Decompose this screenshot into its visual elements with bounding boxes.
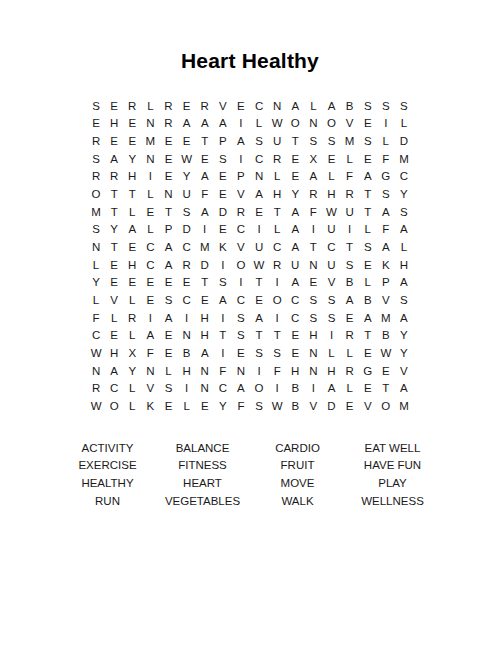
grid-cell[interactable]: E [359, 380, 377, 398]
grid-cell[interactable]: A [178, 115, 196, 133]
grid-cell[interactable]: S [359, 97, 377, 115]
grid-cell[interactable]: T [105, 238, 123, 256]
grid-cell[interactable]: N [304, 362, 322, 380]
grid-cell[interactable]: I [304, 380, 322, 398]
grid-cell[interactable]: I [141, 309, 159, 327]
grid-cell[interactable]: N [304, 256, 322, 274]
grid-cell[interactable]: E [159, 344, 177, 362]
grid-cell[interactable]: V [141, 380, 159, 398]
grid-cell[interactable]: U [178, 185, 196, 203]
grid-cell[interactable]: C [105, 380, 123, 398]
grid-cell[interactable]: E [359, 115, 377, 133]
grid-cell[interactable]: R [196, 97, 214, 115]
grid-cell[interactable]: L [359, 221, 377, 239]
grid-cell[interactable]: P [214, 132, 232, 150]
grid-cell[interactable]: H [178, 362, 196, 380]
grid-cell[interactable]: S [359, 132, 377, 150]
grid-cell[interactable]: H [268, 185, 286, 203]
grid-cell[interactable]: B [178, 344, 196, 362]
grid-cell[interactable]: E [214, 221, 232, 239]
grid-cell[interactable]: V [214, 97, 232, 115]
grid-cell[interactable]: A [232, 380, 250, 398]
grid-cell[interactable]: S [322, 291, 340, 309]
grid-cell[interactable]: A [159, 238, 177, 256]
grid-cell[interactable]: A [250, 185, 268, 203]
grid-cell[interactable]: E [304, 274, 322, 292]
grid-cell[interactable]: L [105, 309, 123, 327]
grid-cell[interactable]: W [268, 115, 286, 133]
grid-cell[interactable]: A [196, 203, 214, 221]
grid-cell[interactable]: I [196, 221, 214, 239]
grid-cell[interactable]: E [196, 397, 214, 415]
grid-cell[interactable]: C [178, 291, 196, 309]
grid-cell[interactable]: E [214, 185, 232, 203]
grid-cell[interactable]: L [87, 291, 105, 309]
grid-cell[interactable]: C [232, 291, 250, 309]
grid-cell[interactable]: V [105, 291, 123, 309]
grid-cell[interactable]: S [214, 150, 232, 168]
grid-cell[interactable]: A [105, 362, 123, 380]
grid-cell[interactable]: V [377, 291, 395, 309]
grid-cell[interactable]: S [159, 291, 177, 309]
grid-cell[interactable]: C [232, 221, 250, 239]
grid-cell[interactable]: S [214, 274, 232, 292]
grid-cell[interactable]: T [214, 327, 232, 345]
grid-cell[interactable]: A [196, 115, 214, 133]
grid-cell[interactable]: A [123, 221, 141, 239]
grid-cell[interactable]: E [105, 97, 123, 115]
grid-cell[interactable]: Y [395, 344, 413, 362]
grid-cell[interactable]: S [377, 185, 395, 203]
grid-cell[interactable]: R [341, 362, 359, 380]
grid-cell[interactable]: N [304, 344, 322, 362]
grid-cell[interactable]: N [141, 362, 159, 380]
grid-cell[interactable]: I [377, 115, 395, 133]
grid-cell[interactable]: E [196, 291, 214, 309]
grid-cell[interactable]: E [286, 327, 304, 345]
grid-cell[interactable]: C [214, 380, 232, 398]
grid-cell[interactable]: U [268, 132, 286, 150]
grid-cell[interactable]: Y [123, 150, 141, 168]
grid-cell[interactable]: T [359, 203, 377, 221]
grid-cell[interactable]: V [304, 397, 322, 415]
grid-cell[interactable]: L [268, 168, 286, 186]
grid-cell[interactable]: L [341, 150, 359, 168]
grid-cell[interactable]: A [286, 221, 304, 239]
grid-cell[interactable]: I [304, 221, 322, 239]
grid-cell[interactable]: B [286, 397, 304, 415]
grid-cell[interactable]: N [196, 380, 214, 398]
grid-cell[interactable]: I [322, 327, 340, 345]
grid-cell[interactable]: F [196, 185, 214, 203]
grid-cell[interactable]: N [87, 362, 105, 380]
grid-cell[interactable]: S [304, 291, 322, 309]
grid-cell[interactable]: L [322, 344, 340, 362]
grid-cell[interactable]: S [304, 309, 322, 327]
grid-cell[interactable]: I [341, 221, 359, 239]
grid-cell[interactable]: H [105, 344, 123, 362]
grid-cell[interactable]: B [377, 327, 395, 345]
grid-cell[interactable]: C [395, 168, 413, 186]
grid-cell[interactable]: N [196, 362, 214, 380]
grid-cell[interactable]: H [105, 115, 123, 133]
grid-cell[interactable]: W [250, 256, 268, 274]
grid-cell[interactable]: V [395, 362, 413, 380]
grid-cell[interactable]: S [250, 132, 268, 150]
grid-cell[interactable]: A [377, 238, 395, 256]
grid-cell[interactable]: T [341, 238, 359, 256]
grid-cell[interactable]: L [250, 115, 268, 133]
grid-cell[interactable]: H [304, 327, 322, 345]
grid-cell[interactable]: T [286, 132, 304, 150]
grid-cell[interactable]: A [286, 203, 304, 221]
grid-cell[interactable]: F [341, 168, 359, 186]
grid-cell[interactable]: T [304, 238, 322, 256]
grid-cell[interactable]: K [377, 256, 395, 274]
grid-cell[interactable]: N [87, 238, 105, 256]
grid-cell[interactable]: L [141, 221, 159, 239]
grid-cell[interactable]: L [322, 168, 340, 186]
grid-cell[interactable]: S [232, 327, 250, 345]
grid-cell[interactable]: E [159, 168, 177, 186]
grid-cell[interactable]: R [105, 168, 123, 186]
grid-cell[interactable]: E [159, 274, 177, 292]
grid-cell[interactable]: A [250, 309, 268, 327]
grid-cell[interactable]: M [141, 132, 159, 150]
grid-cell[interactable]: D [196, 256, 214, 274]
grid-cell[interactable]: L [123, 291, 141, 309]
grid-cell[interactable]: A [159, 256, 177, 274]
grid-cell[interactable]: R [232, 203, 250, 221]
grid-cell[interactable]: U [322, 221, 340, 239]
grid-cell[interactable]: Y [286, 185, 304, 203]
grid-cell[interactable]: D [214, 203, 232, 221]
grid-cell[interactable]: A [232, 132, 250, 150]
grid-cell[interactable]: E [341, 309, 359, 327]
grid-cell[interactable]: Y [395, 185, 413, 203]
grid-cell[interactable]: N [141, 150, 159, 168]
grid-cell[interactable]: L [304, 97, 322, 115]
grid-cell[interactable]: P [232, 168, 250, 186]
grid-cell[interactable]: H [322, 185, 340, 203]
grid-cell[interactable]: I [268, 380, 286, 398]
grid-cell[interactable]: F [377, 221, 395, 239]
grid-cell[interactable]: L [87, 256, 105, 274]
grid-cell[interactable]: E [232, 97, 250, 115]
grid-cell[interactable]: U [341, 203, 359, 221]
grid-cell[interactable]: E [105, 327, 123, 345]
grid-cell[interactable]: R [341, 327, 359, 345]
grid-cell[interactable]: T [250, 274, 268, 292]
grid-cell[interactable]: A [322, 380, 340, 398]
grid-cell[interactable]: A [286, 97, 304, 115]
grid-cell[interactable]: N [304, 115, 322, 133]
grid-cell[interactable]: A [214, 291, 232, 309]
grid-cell[interactable]: I [232, 150, 250, 168]
grid-cell[interactable]: E [377, 362, 395, 380]
grid-cell[interactable]: I [214, 309, 232, 327]
grid-cell[interactable]: R [87, 132, 105, 150]
grid-cell[interactable]: B [341, 274, 359, 292]
grid-cell[interactable]: O [286, 115, 304, 133]
grid-cell[interactable]: X [123, 344, 141, 362]
grid-cell[interactable]: F [214, 362, 232, 380]
grid-cell[interactable]: T [105, 203, 123, 221]
grid-cell[interactable]: E [178, 97, 196, 115]
grid-cell[interactable]: L [341, 344, 359, 362]
grid-cell[interactable]: E [123, 115, 141, 133]
grid-cell[interactable]: I [250, 362, 268, 380]
grid-cell[interactable]: R [159, 115, 177, 133]
grid-cell[interactable]: I [178, 380, 196, 398]
grid-cell[interactable]: G [377, 168, 395, 186]
grid-cell[interactable]: K [214, 238, 232, 256]
grid-cell[interactable]: E [250, 291, 268, 309]
grid-cell[interactable]: A [359, 168, 377, 186]
grid-cell[interactable]: A [395, 380, 413, 398]
grid-cell[interactable]: E [159, 150, 177, 168]
grid-cell[interactable]: S [377, 97, 395, 115]
grid-cell[interactable]: U [250, 238, 268, 256]
grid-cell[interactable]: L [141, 97, 159, 115]
grid-cell[interactable]: V [341, 115, 359, 133]
grid-cell[interactable]: I [250, 221, 268, 239]
grid-cell[interactable]: I [232, 115, 250, 133]
grid-cell[interactable]: X [304, 150, 322, 168]
grid-cell[interactable]: P [159, 221, 177, 239]
grid-cell[interactable]: T [196, 132, 214, 150]
grid-cell[interactable]: A [196, 168, 214, 186]
grid-cell[interactable]: E [123, 132, 141, 150]
grid-cell[interactable]: L [141, 185, 159, 203]
grid-cell[interactable]: T [123, 185, 141, 203]
grid-cell[interactable]: S [395, 291, 413, 309]
grid-cell[interactable]: S [341, 256, 359, 274]
grid-cell[interactable]: R [268, 256, 286, 274]
grid-cell[interactable]: C [250, 150, 268, 168]
grid-cell[interactable]: A [196, 344, 214, 362]
grid-cell[interactable]: Y [395, 327, 413, 345]
grid-cell[interactable]: E [123, 238, 141, 256]
grid-cell[interactable]: E [322, 150, 340, 168]
grid-cell[interactable]: L [178, 397, 196, 415]
grid-cell[interactable]: E [359, 150, 377, 168]
grid-cell[interactable]: C [141, 256, 159, 274]
grid-cell[interactable]: W [322, 203, 340, 221]
grid-cell[interactable]: S [322, 132, 340, 150]
grid-cell[interactable]: R [123, 97, 141, 115]
grid-cell[interactable]: T [268, 203, 286, 221]
grid-cell[interactable]: E [105, 132, 123, 150]
grid-cell[interactable]: F [268, 362, 286, 380]
grid-cell[interactable]: F [377, 150, 395, 168]
grid-cell[interactable]: B [286, 380, 304, 398]
grid-cell[interactable]: A [359, 309, 377, 327]
grid-cell[interactable]: E [105, 256, 123, 274]
grid-cell[interactable]: L [123, 327, 141, 345]
grid-cell[interactable]: Y [178, 168, 196, 186]
grid-cell[interactable]: O [87, 185, 105, 203]
grid-cell[interactable]: C [178, 238, 196, 256]
grid-cell[interactable]: N [232, 362, 250, 380]
grid-cell[interactable]: C [87, 327, 105, 345]
grid-cell[interactable]: D [395, 132, 413, 150]
grid-cell[interactable]: O [322, 115, 340, 133]
grid-cell[interactable]: V [322, 274, 340, 292]
grid-cell[interactable]: A [214, 115, 232, 133]
grid-cell[interactable]: F [87, 309, 105, 327]
grid-cell[interactable]: H [123, 256, 141, 274]
grid-cell[interactable]: E [105, 274, 123, 292]
grid-cell[interactable]: H [322, 362, 340, 380]
grid-cell[interactable]: S [395, 203, 413, 221]
grid-cell[interactable]: H [395, 256, 413, 274]
grid-cell[interactable]: E [196, 150, 214, 168]
grid-cell[interactable]: I [268, 309, 286, 327]
grid-cell[interactable]: A [322, 97, 340, 115]
grid-cell[interactable]: A [304, 168, 322, 186]
grid-cell[interactable]: O [232, 256, 250, 274]
grid-cell[interactable]: C [268, 238, 286, 256]
grid-cell[interactable]: E [178, 274, 196, 292]
grid-cell[interactable]: V [359, 397, 377, 415]
grid-cell[interactable]: V [232, 238, 250, 256]
grid-cell[interactable]: Y [123, 362, 141, 380]
grid-cell[interactable]: A [286, 238, 304, 256]
grid-cell[interactable]: S [395, 97, 413, 115]
grid-cell[interactable]: S [322, 309, 340, 327]
grid-cell[interactable]: W [178, 150, 196, 168]
grid-cell[interactable]: R [341, 185, 359, 203]
grid-cell[interactable]: H [196, 309, 214, 327]
grid-cell[interactable]: Y [214, 397, 232, 415]
grid-cell[interactable]: A [395, 221, 413, 239]
grid-cell[interactable]: S [359, 238, 377, 256]
grid-cell[interactable]: H [286, 362, 304, 380]
grid-cell[interactable]: F [304, 203, 322, 221]
grid-cell[interactable]: O [268, 291, 286, 309]
grid-cell[interactable]: A [159, 309, 177, 327]
grid-cell[interactable]: O [105, 397, 123, 415]
grid-cell[interactable]: E [232, 344, 250, 362]
grid-cell[interactable]: N [178, 327, 196, 345]
grid-cell[interactable]: T [268, 327, 286, 345]
grid-cell[interactable]: A [341, 291, 359, 309]
grid-cell[interactable]: C [250, 97, 268, 115]
grid-cell[interactable]: E [159, 132, 177, 150]
grid-cell[interactable]: L [341, 380, 359, 398]
grid-cell[interactable]: S [304, 132, 322, 150]
grid-cell[interactable]: U [322, 256, 340, 274]
grid-cell[interactable]: F [232, 397, 250, 415]
grid-cell[interactable]: T [250, 327, 268, 345]
grid-cell[interactable]: Y [105, 221, 123, 239]
grid-cell[interactable]: L [395, 115, 413, 133]
grid-cell[interactable]: B [359, 291, 377, 309]
grid-cell[interactable]: E [87, 115, 105, 133]
grid-cell[interactable]: L [359, 274, 377, 292]
grid-cell[interactable]: S [87, 150, 105, 168]
grid-cell[interactable]: M [196, 238, 214, 256]
grid-cell[interactable]: E [178, 132, 196, 150]
grid-cell[interactable]: Y [87, 274, 105, 292]
grid-cell[interactable]: S [250, 397, 268, 415]
grid-cell[interactable]: R [268, 150, 286, 168]
grid-cell[interactable]: M [341, 132, 359, 150]
grid-cell[interactable]: M [395, 397, 413, 415]
grid-cell[interactable]: I [214, 344, 232, 362]
grid-cell[interactable]: W [268, 397, 286, 415]
grid-cell[interactable]: A [105, 150, 123, 168]
grid-cell[interactable]: O [377, 397, 395, 415]
grid-cell[interactable]: B [341, 97, 359, 115]
grid-cell[interactable]: E [159, 397, 177, 415]
grid-cell[interactable]: V [232, 185, 250, 203]
grid-cell[interactable]: L [268, 221, 286, 239]
grid-cell[interactable]: T [159, 203, 177, 221]
grid-cell[interactable]: E [286, 150, 304, 168]
grid-cell[interactable]: I [268, 274, 286, 292]
grid-cell[interactable]: L [123, 397, 141, 415]
grid-cell[interactable]: R [87, 380, 105, 398]
grid-cell[interactable]: M [87, 203, 105, 221]
grid-cell[interactable]: S [159, 380, 177, 398]
grid-cell[interactable]: L [377, 132, 395, 150]
grid-cell[interactable]: O [250, 380, 268, 398]
grid-cell[interactable]: C [141, 238, 159, 256]
grid-cell[interactable]: E [123, 274, 141, 292]
grid-cell[interactable]: C [286, 291, 304, 309]
grid-cell[interactable]: E [359, 344, 377, 362]
grid-cell[interactable]: T [359, 327, 377, 345]
grid-cell[interactable]: C [286, 309, 304, 327]
grid-cell[interactable]: A [286, 274, 304, 292]
grid-cell[interactable]: G [359, 362, 377, 380]
grid-cell[interactable]: N [268, 97, 286, 115]
grid-cell[interactable]: M [377, 309, 395, 327]
grid-cell[interactable]: E [214, 168, 232, 186]
grid-cell[interactable]: E [286, 344, 304, 362]
grid-cell[interactable]: W [87, 397, 105, 415]
grid-cell[interactable]: C [322, 238, 340, 256]
grid-cell[interactable]: R [159, 97, 177, 115]
grid-cell[interactable]: A [395, 309, 413, 327]
grid-cell[interactable]: T [196, 274, 214, 292]
grid-cell[interactable]: N [159, 185, 177, 203]
grid-cell[interactable]: T [377, 380, 395, 398]
grid-cell[interactable]: P [377, 274, 395, 292]
grid-cell[interactable]: T [105, 185, 123, 203]
grid-cell[interactable]: E [341, 397, 359, 415]
grid-cell[interactable]: N [250, 168, 268, 186]
grid-cell[interactable]: R [123, 309, 141, 327]
grid-cell[interactable]: S [232, 309, 250, 327]
grid-cell[interactable]: I [141, 168, 159, 186]
grid-cell[interactable]: I [232, 274, 250, 292]
grid-cell[interactable]: E [250, 203, 268, 221]
grid-cell[interactable]: A [377, 203, 395, 221]
grid-cell[interactable]: S [87, 221, 105, 239]
grid-cell[interactable]: R [87, 168, 105, 186]
grid-cell[interactable]: D [322, 397, 340, 415]
grid-cell[interactable]: K [141, 397, 159, 415]
grid-cell[interactable]: S [250, 344, 268, 362]
grid-cell[interactable]: W [87, 344, 105, 362]
grid-cell[interactable]: E [359, 256, 377, 274]
grid-cell[interactable]: A [395, 274, 413, 292]
grid-cell[interactable]: E [141, 274, 159, 292]
grid-cell[interactable]: R [304, 185, 322, 203]
